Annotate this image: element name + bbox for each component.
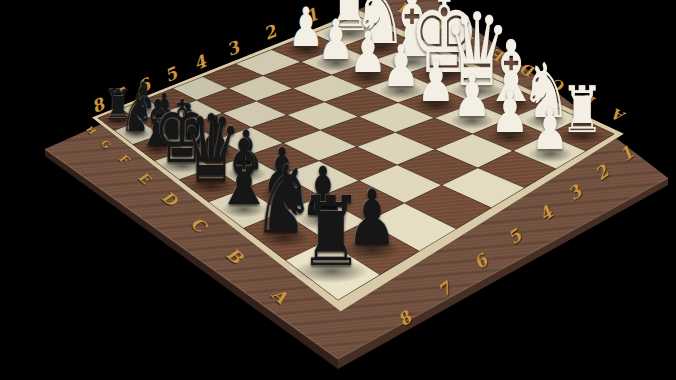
coordinate-label-file-far: A [610, 106, 627, 124]
coordinate-label-file-near: E [136, 169, 152, 186]
coordinate-label-file-near: C [188, 214, 209, 236]
coordinate-label-file-near: H [84, 124, 96, 136]
coordinate-label-rank-right: 7 [435, 279, 455, 300]
piece-black-rook-a8: ♜ [300, 184, 364, 280]
coordinate-label-rank-right: 4 [536, 204, 556, 225]
piece-white-pawn-e2: ♟ [382, 39, 420, 96]
coordinate-label-file-near: D [158, 189, 179, 210]
coordinate-label-rank-left: 3 [225, 39, 242, 59]
coordinate-label-rank-right: 6 [471, 252, 491, 273]
coordinate-label-rank-left: 4 [192, 52, 209, 72]
coordinate-label-file-near: G [99, 137, 112, 150]
coordinate-label-rank-right: 3 [565, 182, 585, 203]
piece-white-pawn-c2: ♟ [453, 68, 492, 126]
coordinate-label-rank-right: 2 [592, 162, 612, 183]
coordinate-label-rank-left: 2 [262, 23, 279, 43]
pieces-layer: 87654321HGFEDCBA12345678HGFEDCBA♜♞♟♝♟♚♟♛… [0, 0, 676, 380]
piece-white-pawn-d2: ♟ [417, 53, 455, 111]
coordinate-label-file-near: A [269, 285, 290, 306]
coordinate-label-rank-right: 5 [505, 227, 525, 248]
coordinate-label-file-near: F [116, 152, 129, 166]
piece-white-pawn-b2: ♟ [491, 84, 529, 142]
piece-white-pawn-a2: ♟ [531, 101, 569, 158]
chess-3d-render: 87654321HGFEDCBA12345678HGFEDCBA♜♞♟♝♟♚♟♛… [0, 0, 676, 380]
coordinate-label-rank-right: 1 [617, 144, 637, 165]
coordinate-label-file-near: B [223, 245, 245, 267]
coordinate-label-rank-right: 8 [395, 309, 415, 330]
